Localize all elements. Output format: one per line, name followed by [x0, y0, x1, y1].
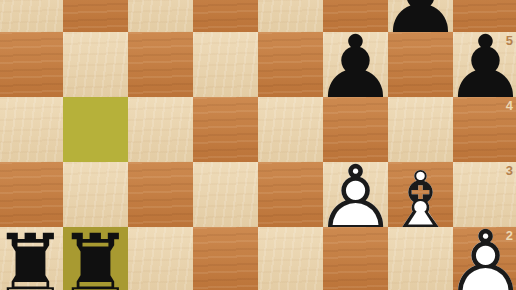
square-b6[interactable]	[63, 0, 128, 32]
square-a4[interactable]	[0, 97, 63, 162]
rank-label-3: 3	[506, 164, 513, 177]
rank-label-5: 5	[506, 34, 513, 47]
piece-black-rook-a2[interactable]: ♜	[0, 232, 63, 290]
square-d3[interactable]	[193, 162, 258, 227]
square-f2[interactable]	[323, 227, 388, 290]
square-e5[interactable]	[258, 32, 323, 97]
square-g6[interactable]: ♟	[388, 0, 453, 32]
square-a5[interactable]	[0, 32, 63, 97]
chessboard: ♟♟♟54♟♙♝♗3♜♜♟♙2	[0, 0, 516, 290]
piece-white-bishop-g3[interactable]: ♝♗	[388, 167, 453, 232]
square-d5[interactable]	[193, 32, 258, 97]
square-b2[interactable]: ♜	[63, 227, 128, 290]
square-c2[interactable]	[128, 227, 193, 290]
black-rook-icon: ♜	[0, 232, 63, 290]
square-d2[interactable]	[193, 227, 258, 290]
square-h5[interactable]: ♟5	[453, 32, 516, 97]
square-g3[interactable]: ♝♗	[388, 162, 453, 227]
white-pawn-icon: ♙	[323, 167, 388, 232]
square-e3[interactable]	[258, 162, 323, 227]
square-g2[interactable]	[388, 227, 453, 290]
square-g5[interactable]	[388, 32, 453, 97]
square-f3[interactable]: ♟♙	[323, 162, 388, 227]
square-d4[interactable]	[193, 97, 258, 162]
square-g4[interactable]	[388, 97, 453, 162]
square-a6[interactable]	[0, 0, 63, 32]
piece-black-rook-b2[interactable]: ♜	[63, 232, 128, 290]
black-pawn-icon: ♟	[323, 37, 388, 102]
white-bishop-icon: ♗	[388, 167, 453, 232]
square-f5[interactable]: ♟	[323, 32, 388, 97]
chessboard-viewport: ♟♟♟54♟♙♝♗3♜♜♟♙2	[0, 0, 516, 290]
square-h4[interactable]: 4	[453, 97, 516, 162]
rank-label-2: 2	[506, 229, 513, 242]
black-rook-icon: ♜	[63, 232, 128, 290]
square-c5[interactable]	[128, 32, 193, 97]
piece-white-pawn-f3[interactable]: ♟♙	[323, 167, 388, 232]
piece-black-pawn-f5[interactable]: ♟	[323, 37, 388, 102]
square-h2[interactable]: ♟♙2	[453, 227, 516, 290]
square-e6[interactable]	[258, 0, 323, 32]
square-b5[interactable]	[63, 32, 128, 97]
square-a2[interactable]: ♜	[0, 227, 63, 290]
square-b4[interactable]	[63, 97, 128, 162]
square-c6[interactable]	[128, 0, 193, 32]
square-c4[interactable]	[128, 97, 193, 162]
square-e4[interactable]	[258, 97, 323, 162]
square-c3[interactable]	[128, 162, 193, 227]
rank-label-4: 4	[506, 99, 513, 112]
square-e2[interactable]	[258, 227, 323, 290]
square-d6[interactable]	[193, 0, 258, 32]
